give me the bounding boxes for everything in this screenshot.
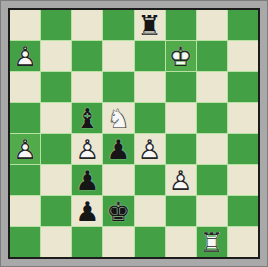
square-e2[interactable] (135, 196, 165, 226)
piece-outline-glyph: ♙ (10, 134, 40, 164)
square-a3[interactable] (10, 165, 40, 195)
square-g1[interactable]: ♜♖ (197, 227, 227, 257)
white-pawn[interactable]: ♟♙ (166, 165, 196, 195)
square-c2[interactable]: ♟ (72, 196, 102, 226)
piece-glyph: ♟ (72, 165, 102, 195)
piece-outline-glyph: ♙ (10, 41, 40, 71)
square-h3[interactable] (228, 165, 258, 195)
square-a8[interactable] (10, 10, 40, 40)
square-f6[interactable] (166, 72, 196, 102)
white-rook[interactable]: ♜♖ (197, 227, 227, 257)
white-pawn[interactable]: ♟♙ (10, 134, 40, 164)
square-a6[interactable] (10, 72, 40, 102)
square-b1[interactable] (41, 227, 71, 257)
square-d6[interactable] (103, 72, 133, 102)
square-c8[interactable] (72, 10, 102, 40)
piece-outline-glyph: ♙ (72, 134, 102, 164)
white-pawn[interactable]: ♟♙ (10, 41, 40, 71)
piece-glyph: ♜ (135, 10, 165, 40)
square-c3[interactable]: ♟ (72, 165, 102, 195)
square-d1[interactable] (103, 227, 133, 257)
piece-outline-glyph: ♖ (197, 227, 227, 257)
chess-board: ♜♟♙♚♔♝♞♘♟♙♟♙♟♟♙♟♟♙♟♚♜♖ (8, 8, 260, 259)
square-f2[interactable] (166, 196, 196, 226)
square-b5[interactable] (41, 103, 71, 133)
square-a2[interactable] (10, 196, 40, 226)
square-b7[interactable] (41, 41, 71, 71)
square-f3[interactable]: ♟♙ (166, 165, 196, 195)
square-h7[interactable] (228, 41, 258, 71)
square-e4[interactable]: ♟♙ (135, 134, 165, 164)
square-h1[interactable] (228, 227, 258, 257)
white-king[interactable]: ♚♔ (166, 41, 196, 71)
square-a1[interactable] (10, 227, 40, 257)
piece-glyph: ♝ (72, 103, 102, 133)
piece-outline-glyph: ♙ (135, 134, 165, 164)
square-c1[interactable] (72, 227, 102, 257)
square-c7[interactable] (72, 41, 102, 71)
square-d3[interactable] (103, 165, 133, 195)
white-pawn[interactable]: ♟♙ (72, 134, 102, 164)
square-h2[interactable] (228, 196, 258, 226)
board-frame: ♜♟♙♚♔♝♞♘♟♙♟♙♟♟♙♟♟♙♟♚♜♖ (0, 0, 268, 267)
square-d8[interactable] (103, 10, 133, 40)
square-h5[interactable] (228, 103, 258, 133)
black-bishop[interactable]: ♝ (72, 103, 102, 133)
piece-glyph: ♚ (103, 196, 133, 226)
square-c6[interactable] (72, 72, 102, 102)
square-h6[interactable] (228, 72, 258, 102)
square-f4[interactable] (166, 134, 196, 164)
square-b2[interactable] (41, 196, 71, 226)
piece-outline-glyph: ♙ (166, 165, 196, 195)
square-g8[interactable] (197, 10, 227, 40)
black-pawn[interactable]: ♟ (103, 134, 133, 164)
square-b4[interactable] (41, 134, 71, 164)
square-f1[interactable] (166, 227, 196, 257)
black-rook[interactable]: ♜ (135, 10, 165, 40)
square-g7[interactable] (197, 41, 227, 71)
square-d5[interactable]: ♞♘ (103, 103, 133, 133)
square-f5[interactable] (166, 103, 196, 133)
square-e1[interactable] (135, 227, 165, 257)
square-a4[interactable]: ♟♙ (10, 134, 40, 164)
black-king[interactable]: ♚ (103, 196, 133, 226)
black-pawn[interactable]: ♟ (72, 196, 102, 226)
square-f7[interactable]: ♚♔ (166, 41, 196, 71)
square-e7[interactable] (135, 41, 165, 71)
square-g6[interactable] (197, 72, 227, 102)
square-e5[interactable] (135, 103, 165, 133)
piece-glyph: ♟ (103, 134, 133, 164)
square-b3[interactable] (41, 165, 71, 195)
square-a5[interactable] (10, 103, 40, 133)
square-f8[interactable] (166, 10, 196, 40)
piece-outline-glyph: ♘ (103, 103, 133, 133)
square-e3[interactable] (135, 165, 165, 195)
square-e8[interactable]: ♜ (135, 10, 165, 40)
square-c4[interactable]: ♟♙ (72, 134, 102, 164)
square-d2[interactable]: ♚ (103, 196, 133, 226)
piece-outline-glyph: ♔ (166, 41, 196, 71)
square-b6[interactable] (41, 72, 71, 102)
square-g5[interactable] (197, 103, 227, 133)
square-c5[interactable]: ♝ (72, 103, 102, 133)
square-a7[interactable]: ♟♙ (10, 41, 40, 71)
square-e6[interactable] (135, 72, 165, 102)
square-g3[interactable] (197, 165, 227, 195)
square-h8[interactable] (228, 10, 258, 40)
square-h4[interactable] (228, 134, 258, 164)
square-g4[interactable] (197, 134, 227, 164)
square-b8[interactable] (41, 10, 71, 40)
square-d7[interactable] (103, 41, 133, 71)
white-knight[interactable]: ♞♘ (103, 103, 133, 133)
black-pawn[interactable]: ♟ (72, 165, 102, 195)
square-d4[interactable]: ♟ (103, 134, 133, 164)
square-g2[interactable] (197, 196, 227, 226)
white-pawn[interactable]: ♟♙ (135, 134, 165, 164)
piece-glyph: ♟ (72, 196, 102, 226)
